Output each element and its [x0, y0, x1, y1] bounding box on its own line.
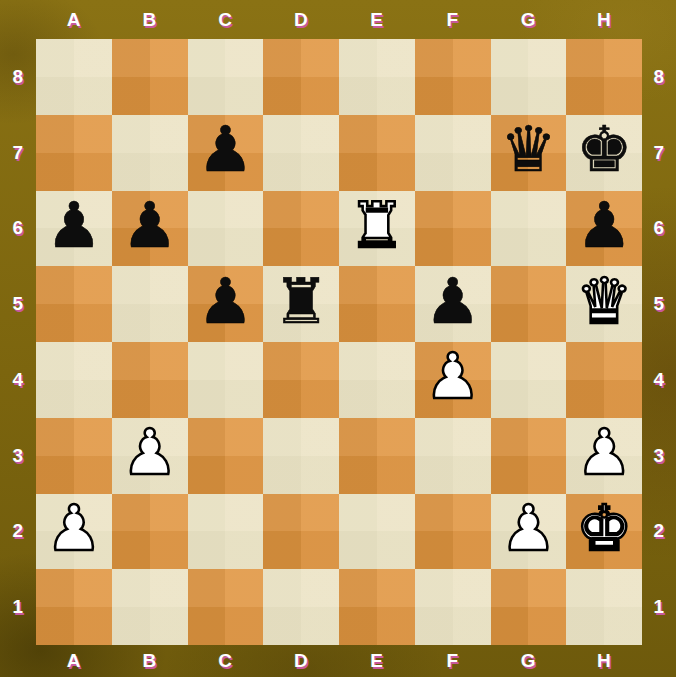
square-g4[interactable]: [491, 342, 567, 418]
square-a3[interactable]: [36, 418, 112, 494]
square-g6[interactable]: [491, 191, 567, 267]
square-d5[interactable]: ♜: [263, 266, 339, 342]
file-label-b: B: [112, 0, 188, 39]
square-c6[interactable]: [188, 191, 264, 267]
rank-label-8: 8: [642, 39, 676, 115]
rank-label-4: 4: [642, 342, 676, 418]
square-f7[interactable]: [415, 115, 491, 191]
square-c4[interactable]: [188, 342, 264, 418]
file-label-g: G: [491, 645, 567, 677]
square-b4[interactable]: [112, 342, 188, 418]
square-f8[interactable]: [415, 39, 491, 115]
square-g8[interactable]: [491, 39, 567, 115]
square-a8[interactable]: [36, 39, 112, 115]
square-d4[interactable]: [263, 342, 339, 418]
square-d7[interactable]: [263, 115, 339, 191]
black-rook-d5: ♜: [273, 270, 329, 333]
square-a2[interactable]: ♟: [36, 494, 112, 570]
square-b8[interactable]: [112, 39, 188, 115]
square-h1[interactable]: [566, 569, 642, 645]
file-label-f: F: [415, 645, 491, 677]
square-e6[interactable]: ♜: [339, 191, 415, 267]
square-h7[interactable]: ♚: [566, 115, 642, 191]
square-g3[interactable]: [491, 418, 567, 494]
square-c5[interactable]: ♟: [188, 266, 264, 342]
white-queen-h5: ♛: [576, 270, 632, 333]
square-e5[interactable]: [339, 266, 415, 342]
square-e4[interactable]: [339, 342, 415, 418]
file-label-h: H: [566, 645, 642, 677]
square-c8[interactable]: [188, 39, 264, 115]
rank-label-5: 5: [642, 266, 676, 342]
square-g1[interactable]: [491, 569, 567, 645]
square-f3[interactable]: [415, 418, 491, 494]
square-a7[interactable]: [36, 115, 112, 191]
file-label-g: G: [491, 0, 567, 39]
square-f4[interactable]: ♟: [415, 342, 491, 418]
file-label-e: E: [339, 645, 415, 677]
square-c2[interactable]: [188, 494, 264, 570]
white-king-h2: ♚: [576, 497, 632, 560]
square-b7[interactable]: [112, 115, 188, 191]
rank-label-2: 2: [642, 494, 676, 570]
black-pawn-h6: ♟: [576, 194, 632, 257]
file-label-h: H: [566, 0, 642, 39]
square-a6[interactable]: ♟: [36, 191, 112, 267]
square-a4[interactable]: [36, 342, 112, 418]
rank-label-8: 8: [0, 39, 36, 115]
white-pawn-a2: ♟: [46, 497, 102, 560]
square-b1[interactable]: [112, 569, 188, 645]
file-label-a: A: [36, 645, 112, 677]
black-queen-g7: ♛: [500, 118, 556, 181]
chess-board: ♟♛♚♟♟♜♟♟♜♟♛♟♟♟♟♟♚: [36, 39, 642, 645]
rank-label-7: 7: [642, 115, 676, 191]
rank-label-6: 6: [0, 191, 36, 267]
rank-label-5: 5: [0, 266, 36, 342]
square-e3[interactable]: [339, 418, 415, 494]
square-d3[interactable]: [263, 418, 339, 494]
square-c1[interactable]: [188, 569, 264, 645]
black-pawn-c7: ♟: [197, 118, 253, 181]
square-a5[interactable]: [36, 266, 112, 342]
square-h6[interactable]: ♟: [566, 191, 642, 267]
white-pawn-g2: ♟: [500, 497, 556, 560]
file-label-a: A: [36, 0, 112, 39]
file-label-b: B: [112, 645, 188, 677]
square-f1[interactable]: [415, 569, 491, 645]
square-f2[interactable]: [415, 494, 491, 570]
rank-labels-right: 87654321: [642, 39, 676, 645]
rank-label-6: 6: [642, 191, 676, 267]
rank-labels-left: 87654321: [0, 39, 36, 645]
rank-label-4: 4: [0, 342, 36, 418]
rank-label-1: 1: [642, 569, 676, 645]
square-h3[interactable]: ♟: [566, 418, 642, 494]
square-b3[interactable]: ♟: [112, 418, 188, 494]
rank-label-3: 3: [0, 418, 36, 494]
rank-label-7: 7: [0, 115, 36, 191]
black-pawn-b6: ♟: [121, 194, 177, 257]
square-g5[interactable]: [491, 266, 567, 342]
file-label-d: D: [263, 0, 339, 39]
rank-label-1: 1: [0, 569, 36, 645]
white-pawn-f4: ♟: [424, 345, 480, 408]
square-f6[interactable]: [415, 191, 491, 267]
square-a1[interactable]: [36, 569, 112, 645]
file-labels-bottom: ABCDEFGH: [36, 645, 642, 677]
file-label-c: C: [188, 645, 264, 677]
square-e2[interactable]: [339, 494, 415, 570]
file-label-e: E: [339, 0, 415, 39]
square-h8[interactable]: [566, 39, 642, 115]
rank-label-2: 2: [0, 494, 36, 570]
square-d8[interactable]: [263, 39, 339, 115]
square-h4[interactable]: [566, 342, 642, 418]
square-d6[interactable]: [263, 191, 339, 267]
square-e1[interactable]: [339, 569, 415, 645]
square-e8[interactable]: [339, 39, 415, 115]
square-e7[interactable]: [339, 115, 415, 191]
square-b6[interactable]: ♟: [112, 191, 188, 267]
black-king-h7: ♚: [576, 118, 632, 181]
square-f5[interactable]: ♟: [415, 266, 491, 342]
square-g7[interactable]: ♛: [491, 115, 567, 191]
square-c3[interactable]: [188, 418, 264, 494]
white-pawn-b3: ♟: [121, 421, 177, 484]
square-h5[interactable]: ♛: [566, 266, 642, 342]
square-d1[interactable]: [263, 569, 339, 645]
rank-label-3: 3: [642, 418, 676, 494]
square-c7[interactable]: ♟: [188, 115, 264, 191]
black-pawn-a6: ♟: [46, 194, 102, 257]
black-pawn-f5: ♟: [424, 270, 480, 333]
file-label-d: D: [263, 645, 339, 677]
square-h2[interactable]: ♚: [566, 494, 642, 570]
white-rook-e6: ♜: [349, 194, 405, 257]
chess-diagram: ABCDEFGH 87654321 ♟♛♚♟♟♜♟♟♜♟♛♟♟♟♟♟♚ 8765…: [0, 0, 676, 677]
square-b2[interactable]: [112, 494, 188, 570]
file-label-c: C: [188, 0, 264, 39]
black-pawn-c5: ♟: [197, 270, 253, 333]
file-label-f: F: [415, 0, 491, 39]
file-labels-top: ABCDEFGH: [36, 0, 642, 39]
white-pawn-h3: ♟: [576, 421, 632, 484]
square-b5[interactable]: [112, 266, 188, 342]
square-d2[interactable]: [263, 494, 339, 570]
square-g2[interactable]: ♟: [491, 494, 567, 570]
